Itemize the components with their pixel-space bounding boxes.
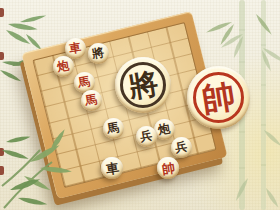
piece-black-soldier-2[interactable]: 兵	[171, 137, 192, 158]
scene: 車將炮馬將帥馬馬炮兵兵車帥	[0, 0, 280, 210]
piece-character: 帥	[161, 161, 176, 176]
piece-red-general-small[interactable]: 帥	[157, 157, 179, 179]
bamboo-bottom-left-icon	[0, 0, 140, 210]
piece-character: 兵	[174, 140, 188, 154]
piece-character: 兵	[139, 129, 153, 143]
piece-character: 帥	[199, 78, 237, 116]
piece-character: 炮	[157, 122, 171, 136]
piece-red-general-large[interactable]: 帥	[187, 66, 250, 129]
piece-black-cannon[interactable]: 炮	[154, 119, 175, 140]
